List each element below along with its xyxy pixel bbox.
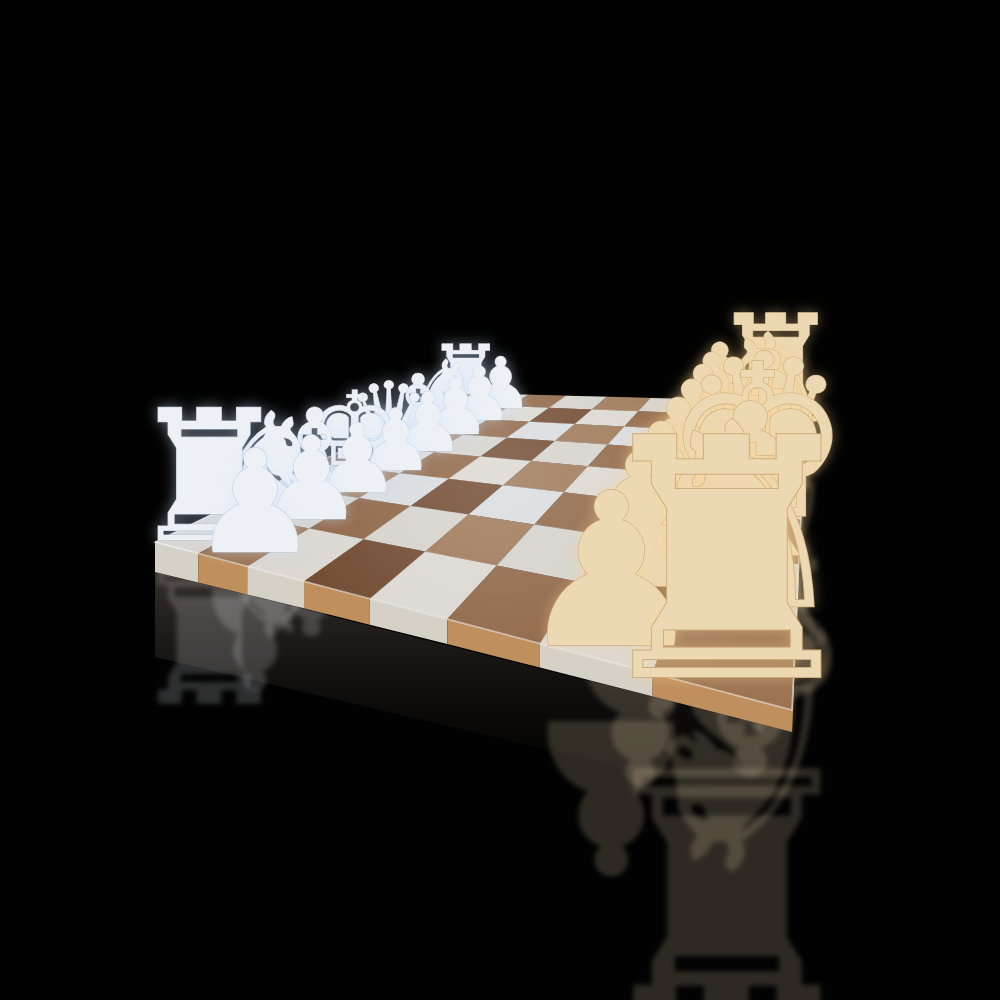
photo-stage: ♜♞♝♛♚♝♞♜♟♟♟♟♟♟♟♟♟♟♟♟♟♟♟♟♜♞♝♛♚♝♞♜ ♜♟♞♟♟♜♝… xyxy=(0,0,1000,1000)
piece-white-p-h2: ♟ xyxy=(191,419,319,586)
piece-black-r-h8: ♜ xyxy=(578,368,876,755)
chess-board-photo: ♜♞♝♛♚♝♞♜♟♟♟♟♟♟♟♟♟♟♟♟♟♟♟♟♜♞♝♛♚♝♞♜ ♜♟♞♟♟♜♝… xyxy=(0,0,1000,1000)
